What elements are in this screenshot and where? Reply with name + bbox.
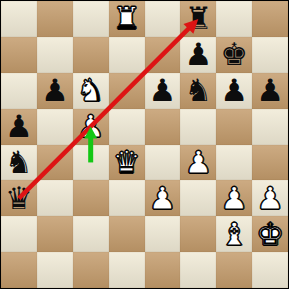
square-g2[interactable]: ♝: [216, 216, 252, 252]
square-h7[interactable]: [252, 37, 288, 73]
square-e8[interactable]: [145, 1, 181, 37]
square-g5[interactable]: [216, 109, 252, 145]
square-a6[interactable]: [1, 73, 37, 109]
black-pawn-e6[interactable]: ♟: [149, 75, 177, 106]
square-h4[interactable]: [252, 145, 288, 181]
black-pawn-f7[interactable]: ♟: [184, 39, 212, 70]
white-pawn-e3[interactable]: ♟: [149, 183, 177, 214]
square-f3[interactable]: [180, 180, 216, 216]
square-e5[interactable]: [145, 109, 181, 145]
square-e6[interactable]: ♟: [145, 73, 181, 109]
square-b1[interactable]: [37, 252, 73, 288]
square-a8[interactable]: [1, 1, 37, 37]
square-f4[interactable]: ♟: [180, 145, 216, 181]
square-a7[interactable]: [1, 37, 37, 73]
black-knight-a4[interactable]: ♞: [5, 147, 33, 178]
black-knight-f6[interactable]: ♞: [184, 75, 212, 106]
square-f6[interactable]: ♞: [180, 73, 216, 109]
chess-board: ♜♜♟♚♟♞♟♞♟♟♟♟♞♛♟♛♟♟♟♝♚: [1, 1, 288, 288]
square-b7[interactable]: [37, 37, 73, 73]
white-knight-c6[interactable]: ♞: [77, 75, 105, 106]
square-f5[interactable]: [180, 109, 216, 145]
square-e1[interactable]: [145, 252, 181, 288]
square-h6[interactable]: ♟: [252, 73, 288, 109]
square-g8[interactable]: [216, 1, 252, 37]
square-c3[interactable]: [73, 180, 109, 216]
square-h3[interactable]: ♟: [252, 180, 288, 216]
square-d4[interactable]: ♛: [109, 145, 145, 181]
white-pawn-c5[interactable]: ♟: [77, 111, 105, 142]
black-pawn-g6[interactable]: ♟: [220, 75, 248, 106]
white-pawn-h3[interactable]: ♟: [256, 183, 284, 214]
square-b6[interactable]: ♟: [37, 73, 73, 109]
square-d5[interactable]: [109, 109, 145, 145]
square-h8[interactable]: [252, 1, 288, 37]
white-king-h2[interactable]: ♚: [256, 219, 284, 250]
square-b2[interactable]: [37, 216, 73, 252]
square-e7[interactable]: [145, 37, 181, 73]
square-g1[interactable]: [216, 252, 252, 288]
black-pawn-h6[interactable]: ♟: [256, 75, 284, 106]
square-e4[interactable]: [145, 145, 181, 181]
square-b4[interactable]: [37, 145, 73, 181]
square-c5[interactable]: ♟: [73, 109, 109, 145]
white-bishop-g2[interactable]: ♝: [220, 219, 248, 250]
square-f8[interactable]: ♜: [180, 1, 216, 37]
square-f7[interactable]: ♟: [180, 37, 216, 73]
square-d2[interactable]: [109, 216, 145, 252]
black-pawn-a5[interactable]: ♟: [5, 111, 33, 142]
square-e3[interactable]: ♟: [145, 180, 181, 216]
chess-board-container: ♜♜♟♚♟♞♟♞♟♟♟♟♞♛♟♛♟♟♟♝♚: [0, 0, 289, 289]
black-queen-a3[interactable]: ♛: [5, 183, 33, 214]
square-d3[interactable]: [109, 180, 145, 216]
square-f1[interactable]: [180, 252, 216, 288]
square-b3[interactable]: [37, 180, 73, 216]
square-a5[interactable]: ♟: [1, 109, 37, 145]
square-c8[interactable]: [73, 1, 109, 37]
square-c7[interactable]: [73, 37, 109, 73]
white-pawn-g3[interactable]: ♟: [220, 183, 248, 214]
black-king-g7[interactable]: ♚: [220, 39, 248, 70]
square-b5[interactable]: [37, 109, 73, 145]
square-c2[interactable]: [73, 216, 109, 252]
square-g6[interactable]: ♟: [216, 73, 252, 109]
black-pawn-b6[interactable]: ♟: [41, 75, 69, 106]
white-rook-d8[interactable]: ♜: [113, 3, 141, 34]
square-d6[interactable]: [109, 73, 145, 109]
square-c1[interactable]: [73, 252, 109, 288]
square-a4[interactable]: ♞: [1, 145, 37, 181]
square-d8[interactable]: ♜: [109, 1, 145, 37]
square-h5[interactable]: [252, 109, 288, 145]
square-h1[interactable]: [252, 252, 288, 288]
square-g3[interactable]: ♟: [216, 180, 252, 216]
square-d7[interactable]: [109, 37, 145, 73]
square-a3[interactable]: ♛: [1, 180, 37, 216]
square-b8[interactable]: [37, 1, 73, 37]
black-rook-f8[interactable]: ♜: [184, 3, 212, 34]
square-e2[interactable]: [145, 216, 181, 252]
square-d1[interactable]: [109, 252, 145, 288]
square-g4[interactable]: [216, 145, 252, 181]
square-h2[interactable]: ♚: [252, 216, 288, 252]
white-queen-d4[interactable]: ♛: [113, 147, 141, 178]
square-a2[interactable]: [1, 216, 37, 252]
square-c4[interactable]: [73, 145, 109, 181]
square-f2[interactable]: [180, 216, 216, 252]
square-c6[interactable]: ♞: [73, 73, 109, 109]
square-a1[interactable]: [1, 252, 37, 288]
white-pawn-f4[interactable]: ♟: [184, 147, 212, 178]
square-g7[interactable]: ♚: [216, 37, 252, 73]
